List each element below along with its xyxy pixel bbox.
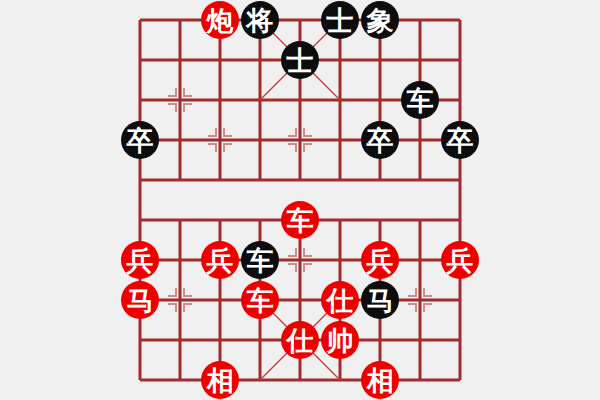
board-point[interactable] — [280, 160, 320, 200]
piece-black-advisor[interactable]: 士 — [281, 41, 319, 79]
board-point[interactable] — [320, 120, 360, 160]
board-point[interactable] — [320, 360, 360, 400]
board-point[interactable]: 相 — [200, 360, 240, 400]
board-point[interactable] — [400, 40, 440, 80]
piece-red-soldier[interactable]: 兵 — [361, 241, 399, 279]
board-point[interactable] — [320, 200, 360, 240]
piece-black-general[interactable]: 将 — [241, 1, 279, 39]
board-point[interactable]: 相 — [360, 360, 400, 400]
board-point[interactable] — [400, 240, 440, 280]
piece-red-advisor[interactable]: 仕 — [321, 281, 359, 319]
board-point[interactable] — [240, 80, 280, 120]
board-point[interactable] — [200, 160, 240, 200]
board-point[interactable] — [440, 200, 480, 240]
piece-red-cannon[interactable]: 炮 — [201, 1, 239, 39]
board-point[interactable]: 仕 — [280, 320, 320, 360]
piece-red-chariot[interactable]: 车 — [281, 201, 319, 239]
board-point[interactable] — [160, 280, 200, 320]
board-point[interactable] — [440, 160, 480, 200]
board-point[interactable] — [360, 200, 400, 240]
board-point[interactable] — [160, 360, 200, 400]
board-point[interactable] — [400, 360, 440, 400]
board-point[interactable] — [160, 80, 200, 120]
piece-black-soldier[interactable]: 卒 — [441, 121, 479, 159]
board-point[interactable] — [400, 280, 440, 320]
piece-red-soldier[interactable]: 兵 — [441, 241, 479, 279]
board-point[interactable] — [160, 120, 200, 160]
board-point[interactable] — [200, 200, 240, 240]
board-point[interactable] — [400, 160, 440, 200]
board-point[interactable] — [160, 40, 200, 80]
board-point[interactable] — [200, 280, 240, 320]
board-point[interactable] — [120, 0, 160, 40]
board-point[interactable] — [160, 160, 200, 200]
board-point[interactable]: 兵 — [120, 240, 160, 280]
board-point[interactable]: 兵 — [360, 240, 400, 280]
board-point[interactable]: 仕 — [320, 280, 360, 320]
board-point[interactable] — [240, 120, 280, 160]
piece-red-elephant[interactable]: 相 — [361, 361, 399, 399]
board-point[interactable] — [440, 40, 480, 80]
piece-red-elephant[interactable]: 相 — [201, 361, 239, 399]
board-point[interactable] — [440, 320, 480, 360]
board-point[interactable] — [320, 40, 360, 80]
piece-red-horse[interactable]: 马 — [121, 281, 159, 319]
board-point[interactable] — [160, 0, 200, 40]
board-point[interactable] — [240, 360, 280, 400]
piece-red-chariot[interactable]: 车 — [241, 281, 279, 319]
piece-black-chariot[interactable]: 车 — [401, 81, 439, 119]
board-point[interactable] — [200, 80, 240, 120]
board-point[interactable] — [360, 40, 400, 80]
board-point[interactable] — [120, 320, 160, 360]
board-point[interactable]: 士 — [280, 40, 320, 80]
board-point[interactable]: 兵 — [440, 240, 480, 280]
board-point[interactable] — [200, 120, 240, 160]
board-point[interactable] — [120, 80, 160, 120]
board-point[interactable]: 兵 — [200, 240, 240, 280]
board-point[interactable] — [280, 280, 320, 320]
piece-black-chariot[interactable]: 车 — [241, 241, 279, 279]
piece-red-soldier[interactable]: 兵 — [121, 241, 159, 279]
board-point[interactable] — [120, 200, 160, 240]
board-point[interactable] — [240, 320, 280, 360]
board-point[interactable] — [360, 160, 400, 200]
piece-black-elephant[interactable]: 象 — [361, 1, 399, 39]
board-point[interactable] — [440, 80, 480, 120]
board-point[interactable] — [160, 200, 200, 240]
board-point[interactable] — [400, 320, 440, 360]
board-point[interactable] — [280, 240, 320, 280]
board-point[interactable] — [440, 280, 480, 320]
board-point[interactable]: 马 — [120, 280, 160, 320]
board-point[interactable]: 炮 — [200, 0, 240, 40]
board-point[interactable] — [240, 160, 280, 200]
board-point[interactable] — [360, 320, 400, 360]
board-point[interactable]: 卒 — [440, 120, 480, 160]
board-point[interactable] — [280, 120, 320, 160]
board-point[interactable]: 车 — [400, 80, 440, 120]
board-point[interactable] — [200, 320, 240, 360]
board-point[interactable] — [320, 160, 360, 200]
piece-black-soldier[interactable]: 卒 — [121, 121, 159, 159]
board-point[interactable] — [280, 360, 320, 400]
piece-black-advisor[interactable]: 士 — [321, 1, 359, 39]
board-point[interactable] — [240, 40, 280, 80]
board-point[interactable]: 马 — [360, 280, 400, 320]
board-point[interactable]: 象 — [360, 0, 400, 40]
piece-red-soldier[interactable]: 兵 — [201, 241, 239, 279]
board-point[interactable]: 车 — [280, 200, 320, 240]
board-point[interactable] — [360, 80, 400, 120]
board-point[interactable]: 卒 — [360, 120, 400, 160]
board-point[interactable] — [160, 320, 200, 360]
board-point[interactable] — [120, 360, 160, 400]
board-point[interactable]: 卒 — [120, 120, 160, 160]
board-point[interactable]: 将 — [240, 0, 280, 40]
board-point[interactable] — [120, 160, 160, 200]
board-point[interactable] — [160, 240, 200, 280]
board-point[interactable]: 帅 — [320, 320, 360, 360]
board-point[interactable] — [400, 200, 440, 240]
board-point[interactable] — [320, 80, 360, 120]
board: 炮将士象士车卒卒卒车兵兵车兵兵马车仕马仕帅相相 — [120, 0, 480, 400]
piece-red-general[interactable]: 帅 — [321, 321, 359, 359]
piece-black-soldier[interactable]: 卒 — [361, 121, 399, 159]
board-point[interactable] — [280, 80, 320, 120]
board-point[interactable] — [400, 120, 440, 160]
board-point[interactable]: 车 — [240, 240, 280, 280]
piece-black-horse[interactable]: 马 — [361, 281, 399, 319]
piece-red-advisor[interactable]: 仕 — [281, 321, 319, 359]
board-point[interactable]: 车 — [240, 280, 280, 320]
board-point[interactable]: 士 — [320, 0, 360, 40]
board-point[interactable] — [400, 0, 440, 40]
board-point[interactable] — [440, 0, 480, 40]
xiangqi-board-screen: 炮将士象士车卒卒卒车兵兵车兵兵马车仕马仕帅相相 — [0, 0, 600, 400]
board-point[interactable] — [240, 200, 280, 240]
board-point[interactable] — [200, 40, 240, 80]
board-point[interactable] — [440, 360, 480, 400]
board-point[interactable] — [320, 240, 360, 280]
board-point[interactable] — [120, 40, 160, 80]
board-point[interactable] — [280, 0, 320, 40]
